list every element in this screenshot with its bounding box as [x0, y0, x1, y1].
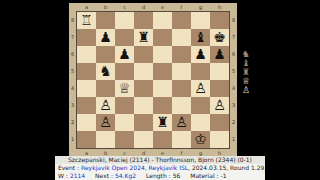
- square-a3[interactable]: [77, 97, 96, 114]
- coord-label-d: d: [134, 3, 153, 11]
- square-g1-white-piece[interactable]: ♔: [191, 131, 210, 148]
- square-f4[interactable]: [172, 80, 191, 97]
- game-header: Szczepanski, Maciej (2114) - Thorfinnsso…: [55, 156, 265, 164]
- square-b5-black-piece[interactable]: ♞: [96, 63, 115, 80]
- coord-label-h: h: [210, 3, 229, 11]
- square-c7[interactable]: [115, 29, 134, 46]
- coord-label-2: 2: [230, 114, 237, 131]
- square-a2[interactable]: [77, 114, 96, 131]
- square-d8[interactable]: [134, 12, 153, 29]
- square-a6[interactable]: [77, 46, 96, 63]
- event-line: Event : Reykjavik Open 2024, Reykjavik I…: [55, 164, 265, 172]
- coord-label-7: 7: [69, 29, 76, 46]
- square-e2-black-piece[interactable]: ♜: [153, 114, 172, 131]
- coord-label-8: 8: [69, 12, 76, 29]
- coord-label-a: a: [77, 3, 96, 11]
- coord-label-1: 1: [230, 131, 237, 148]
- chess-board: abcdefgh 87654321 ♖♟♜♝♚♟♟♟♞♕♙♙♙♙♜♙♔ 8765…: [69, 3, 237, 157]
- status-line: W :2114 Next :54.Kg2 Length :56 Material…: [55, 172, 265, 180]
- square-a5[interactable]: [77, 63, 96, 80]
- square-h3-white-piece[interactable]: ♙: [210, 97, 229, 114]
- square-c4-white-piece[interactable]: ♕: [115, 80, 134, 97]
- event-link[interactable]: Reykjavik Open 2024, Reykjavik ISL: [81, 164, 188, 171]
- square-h1[interactable]: [210, 131, 229, 148]
- square-g5[interactable]: [191, 63, 210, 80]
- square-b7-black-piece[interactable]: ♟: [96, 29, 115, 46]
- square-g6-black-piece[interactable]: ♟: [191, 46, 210, 63]
- event-date-round: , 2024.03.15, Round 1.29,: [188, 164, 265, 171]
- white-rating-segment: W :2114: [58, 172, 85, 179]
- caption-panel: Szczepanski, Maciej (2114) - Thorfinnsso…: [55, 156, 265, 180]
- square-b2-white-piece[interactable]: ♙: [96, 114, 115, 131]
- square-a1[interactable]: [77, 131, 96, 148]
- square-a4[interactable]: [77, 80, 96, 97]
- coord-label-3: 3: [69, 97, 76, 114]
- coord-label-5: 5: [69, 63, 76, 80]
- video-frame: abcdefgh 87654321 ♖♟♜♝♚♟♟♟♞♕♙♙♙♙♜♙♔ 8765…: [0, 0, 320, 180]
- square-b1[interactable]: [96, 131, 115, 148]
- length-segment: Length :56: [146, 172, 180, 179]
- square-g4-white-piece[interactable]: ♙: [191, 80, 210, 97]
- captured-white-pawn-icon: ♙: [242, 86, 250, 95]
- square-b4[interactable]: [96, 80, 115, 97]
- square-f5[interactable]: [172, 63, 191, 80]
- coord-label-g: g: [191, 3, 210, 11]
- square-a7[interactable]: [77, 29, 96, 46]
- event-label: Event :: [58, 164, 81, 171]
- coord-label-8: 8: [230, 12, 237, 29]
- square-g8[interactable]: [191, 12, 210, 29]
- rank-labels-left: 87654321: [69, 11, 76, 149]
- square-h2[interactable]: [210, 114, 229, 131]
- square-e4[interactable]: [153, 80, 172, 97]
- square-f2-white-piece[interactable]: ♙: [172, 114, 191, 131]
- square-f7[interactable]: [172, 29, 191, 46]
- square-b6[interactable]: [96, 46, 115, 63]
- square-h5[interactable]: [210, 63, 229, 80]
- square-h4[interactable]: [210, 80, 229, 97]
- square-d1[interactable]: [134, 131, 153, 148]
- square-c5[interactable]: [115, 63, 134, 80]
- square-d7-black-piece[interactable]: ♜: [134, 29, 153, 46]
- square-d5[interactable]: [134, 63, 153, 80]
- square-e7[interactable]: [153, 29, 172, 46]
- square-c3[interactable]: [115, 97, 134, 114]
- square-g2[interactable]: [191, 114, 210, 131]
- square-f6[interactable]: [172, 46, 191, 63]
- coord-label-1: 1: [69, 131, 76, 148]
- coord-label-4: 4: [230, 80, 237, 97]
- coord-label-3: 3: [230, 97, 237, 114]
- coord-label-6: 6: [69, 46, 76, 63]
- square-e1[interactable]: [153, 131, 172, 148]
- square-a8-white-piece[interactable]: ♖: [77, 12, 96, 29]
- coord-label-6: 6: [230, 46, 237, 63]
- square-e8[interactable]: [153, 12, 172, 29]
- square-b3-white-piece[interactable]: ♙: [96, 97, 115, 114]
- square-d4[interactable]: [134, 80, 153, 97]
- square-g3[interactable]: [191, 97, 210, 114]
- next-move-segment: Next :54.Kg2: [95, 172, 136, 179]
- square-h6-black-piece[interactable]: ♟: [210, 46, 229, 63]
- material-segment: Material :-1: [190, 172, 226, 179]
- coord-label-5: 5: [230, 63, 237, 80]
- coord-label-b: b: [96, 3, 115, 11]
- square-d3[interactable]: [134, 97, 153, 114]
- coord-label-7: 7: [230, 29, 237, 46]
- coord-label-f: f: [172, 3, 191, 11]
- square-h8[interactable]: [210, 12, 229, 29]
- square-e3[interactable]: [153, 97, 172, 114]
- square-c6-black-piece[interactable]: ♟: [115, 46, 134, 63]
- square-h7-black-piece[interactable]: ♚: [210, 29, 229, 46]
- square-c2[interactable]: [115, 114, 134, 131]
- coord-label-e: e: [153, 3, 172, 11]
- square-c8[interactable]: [115, 12, 134, 29]
- file-labels-top: abcdefgh: [76, 3, 230, 11]
- content-panel: abcdefgh 87654321 ♖♟♜♝♚♟♟♟♞♕♙♙♙♙♜♙♔ 8765…: [55, 0, 265, 180]
- square-f1[interactable]: [172, 131, 191, 148]
- coord-label-4: 4: [69, 80, 76, 97]
- coord-label-c: c: [115, 3, 134, 11]
- square-f8[interactable]: [172, 12, 191, 29]
- square-d2[interactable]: [134, 114, 153, 131]
- square-c1[interactable]: [115, 131, 134, 148]
- board-grid: ♖♟♜♝♚♟♟♟♞♕♙♙♙♙♜♙♔: [76, 11, 230, 149]
- square-e6[interactable]: [153, 46, 172, 63]
- square-d6[interactable]: [134, 46, 153, 63]
- square-g7-black-piece[interactable]: ♝: [191, 29, 210, 46]
- material-tray: ♞♝♜♕♙: [242, 50, 250, 95]
- rank-labels-right: 87654321: [230, 11, 237, 149]
- square-e5[interactable]: [153, 63, 172, 80]
- square-f3[interactable]: [172, 97, 191, 114]
- coord-label-2: 2: [69, 114, 76, 131]
- square-b8[interactable]: [96, 12, 115, 29]
